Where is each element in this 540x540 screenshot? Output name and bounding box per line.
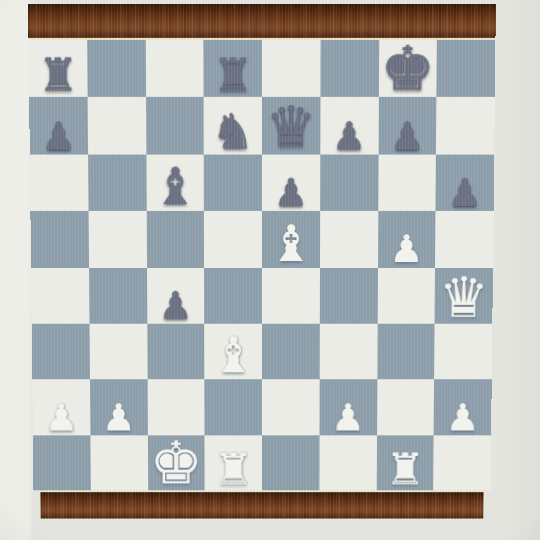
- square-g5[interactable]: ♟: [377, 211, 435, 267]
- square-b4[interactable]: [89, 268, 147, 324]
- square-a2[interactable]: ♟: [32, 380, 90, 436]
- square-e3[interactable]: [262, 324, 320, 380]
- square-a6[interactable]: [30, 154, 89, 211]
- square-a7[interactable]: ♟: [29, 97, 88, 154]
- square-d6[interactable]: [204, 154, 262, 211]
- square-d1[interactable]: ♜: [205, 435, 262, 490]
- square-g8[interactable]: ♚: [378, 40, 437, 97]
- square-a5[interactable]: [30, 211, 88, 267]
- square-a4[interactable]: [31, 268, 89, 324]
- square-a3[interactable]: [32, 324, 90, 380]
- piece-white-pawn-h2[interactable]: ♟: [446, 400, 480, 434]
- screen-photo: ♜♜♚♟♞♛♟♟♝♟♟♝♟♟♛♝♟♟♟♟♚♜♜: [0, 0, 540, 540]
- square-c6[interactable]: ♝: [146, 154, 204, 211]
- square-a1[interactable]: [33, 435, 91, 490]
- piece-black-pawn-e6[interactable]: ♟: [274, 176, 308, 210]
- square-f4[interactable]: [320, 268, 378, 324]
- piece-black-pawn-f7[interactable]: ♟: [332, 119, 366, 154]
- square-a8[interactable]: ♜: [29, 40, 88, 97]
- square-b1[interactable]: [90, 435, 148, 490]
- square-e1[interactable]: [262, 435, 319, 490]
- square-b6[interactable]: [88, 154, 146, 211]
- piece-white-pawn-a2[interactable]: ♟: [44, 400, 78, 434]
- square-c2[interactable]: [147, 380, 205, 436]
- square-h7[interactable]: [436, 97, 495, 154]
- piece-black-rook-d8[interactable]: ♜: [212, 55, 253, 96]
- square-e4[interactable]: [262, 268, 320, 324]
- square-g6[interactable]: [378, 154, 436, 211]
- square-b7[interactable]: [87, 97, 146, 154]
- chess-board: ♜♜♚♟♞♛♟♟♝♟♟♝♟♟♛♝♟♟♟♟♚♜♜: [29, 40, 496, 490]
- square-h8[interactable]: [437, 40, 496, 97]
- square-d3[interactable]: ♝: [204, 324, 262, 380]
- square-b8[interactable]: [87, 40, 146, 97]
- square-h1[interactable]: [433, 435, 491, 490]
- square-e6[interactable]: ♟: [262, 154, 320, 211]
- square-d7[interactable]: ♞: [204, 97, 262, 154]
- square-f6[interactable]: [320, 154, 378, 211]
- square-d2[interactable]: [205, 380, 262, 436]
- piece-white-pawn-b2[interactable]: ♟: [102, 400, 136, 434]
- piece-black-bishop-c6[interactable]: ♝: [152, 165, 197, 210]
- square-g2[interactable]: [377, 380, 435, 436]
- square-c4[interactable]: ♟: [147, 268, 205, 324]
- piece-white-rook-g1[interactable]: ♜: [385, 450, 425, 490]
- square-g3[interactable]: [377, 324, 435, 380]
- piece-white-king-c1[interactable]: ♚: [149, 436, 203, 489]
- square-h5[interactable]: [435, 211, 493, 267]
- square-c8[interactable]: [145, 40, 204, 97]
- chess-board-area: ♜♜♚♟♞♛♟♟♝♟♟♝♟♟♛♝♟♟♟♟♚♜♜: [28, 4, 496, 518]
- piece-black-pawn-g7[interactable]: ♟: [390, 119, 425, 154]
- square-f5[interactable]: [320, 211, 378, 267]
- square-b3[interactable]: [89, 324, 147, 380]
- square-f1[interactable]: [319, 435, 376, 490]
- square-d5[interactable]: [204, 211, 262, 267]
- square-c5[interactable]: [146, 211, 204, 267]
- square-g4[interactable]: [377, 268, 435, 324]
- piece-white-rook-d1[interactable]: ♜: [213, 450, 253, 490]
- piece-white-bishop-e5[interactable]: ♝: [268, 222, 313, 267]
- square-c1[interactable]: ♚: [147, 435, 204, 490]
- square-h2[interactable]: ♟: [434, 380, 492, 436]
- piece-black-pawn-a7[interactable]: ♟: [41, 119, 76, 154]
- piece-white-bishop-d3[interactable]: ♝: [211, 334, 256, 379]
- square-c7[interactable]: [146, 97, 204, 154]
- square-e7[interactable]: ♛: [262, 97, 320, 154]
- square-e5[interactable]: ♝: [262, 211, 320, 267]
- square-h6[interactable]: ♟: [436, 154, 495, 211]
- piece-black-queen-e7[interactable]: ♛: [266, 102, 317, 153]
- piece-black-king-g8[interactable]: ♚: [380, 41, 435, 96]
- square-g1[interactable]: ♜: [376, 435, 434, 490]
- square-b5[interactable]: [88, 211, 146, 267]
- piece-black-rook-a8[interactable]: ♜: [37, 55, 78, 96]
- piece-white-pawn-g5[interactable]: ♟: [389, 232, 423, 266]
- square-h3[interactable]: [434, 324, 492, 380]
- piece-black-knight-d7[interactable]: ♞: [211, 110, 254, 154]
- square-c3[interactable]: [147, 324, 205, 380]
- piece-black-pawn-h6[interactable]: ♟: [448, 176, 483, 210]
- square-e8[interactable]: [262, 40, 320, 97]
- square-f2[interactable]: ♟: [319, 380, 377, 436]
- square-b2[interactable]: ♟: [90, 380, 148, 436]
- square-d4[interactable]: [204, 268, 262, 324]
- piece-white-queen-h4[interactable]: ♛: [439, 273, 490, 323]
- piece-black-pawn-c4[interactable]: ♟: [158, 289, 192, 323]
- piece-white-pawn-f2[interactable]: ♟: [331, 400, 365, 434]
- square-d8[interactable]: ♜: [204, 40, 262, 97]
- square-f3[interactable]: [319, 324, 377, 380]
- square-g7[interactable]: ♟: [378, 97, 437, 154]
- square-f8[interactable]: [320, 40, 379, 97]
- square-e2[interactable]: [262, 380, 319, 436]
- square-f7[interactable]: ♟: [320, 97, 378, 154]
- square-h4[interactable]: ♛: [435, 268, 493, 324]
